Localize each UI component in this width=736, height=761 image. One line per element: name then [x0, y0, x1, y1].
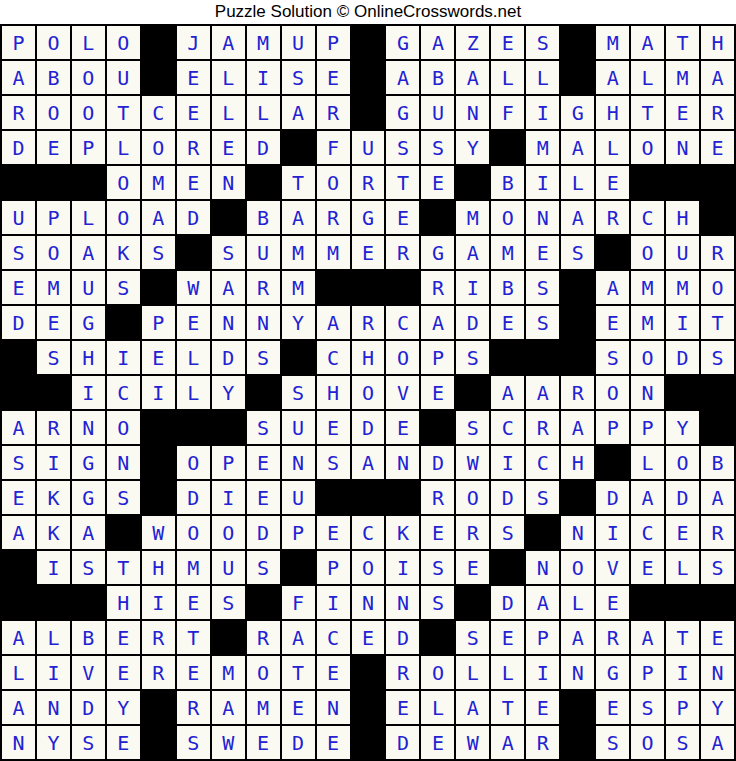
- cell-r3c5: C: [142, 96, 175, 129]
- cell-r21c10: E: [317, 726, 350, 759]
- cell-r21c4: E: [107, 726, 140, 759]
- cell-r8c8: R: [247, 271, 280, 304]
- cell-r20c18: E: [596, 691, 629, 724]
- cell-r19c4: E: [107, 656, 140, 689]
- cell-r8c9: M: [282, 271, 315, 304]
- cell-r14c8: E: [247, 481, 280, 514]
- black-cell-r5c20: [666, 166, 699, 199]
- cell-r18c6: T: [177, 621, 210, 654]
- cell-r15c6: O: [177, 516, 210, 549]
- cell-r2c10: E: [317, 61, 350, 94]
- cell-r20c7: A: [212, 691, 245, 724]
- cell-r3c19: T: [631, 96, 664, 129]
- cell-r17c7: S: [212, 586, 245, 619]
- cell-r15c2: K: [37, 516, 70, 549]
- cell-r7c1: S: [2, 236, 35, 269]
- cell-r9c15: E: [491, 306, 524, 339]
- cell-r10c4: I: [107, 341, 140, 374]
- black-cell-r11c2: [37, 376, 70, 409]
- cell-r1c10: P: [317, 26, 350, 59]
- cell-r13c21: B: [701, 446, 734, 479]
- cell-r8c20: M: [666, 271, 699, 304]
- cell-r10c12: O: [386, 341, 419, 374]
- cell-r6c15: O: [491, 201, 524, 234]
- cell-r5c12: T: [386, 166, 419, 199]
- cell-r20c16: E: [526, 691, 559, 724]
- black-cell-r14c10: [317, 481, 350, 514]
- black-cell-r1c5: [142, 26, 175, 59]
- cell-r13c3: G: [72, 446, 105, 479]
- cell-r15c20: E: [666, 516, 699, 549]
- cell-r15c1: A: [2, 516, 35, 549]
- cell-r16c17: O: [561, 551, 594, 584]
- cell-r11c16: A: [526, 376, 559, 409]
- cell-r9c3: G: [72, 306, 105, 339]
- cell-r10c3: H: [72, 341, 105, 374]
- cell-r4c16: M: [526, 131, 559, 164]
- black-cell-r12c6: [177, 411, 210, 444]
- cell-r17c13: S: [421, 586, 454, 619]
- cell-r1c20: T: [666, 26, 699, 59]
- cell-r19c2: I: [37, 656, 70, 689]
- cell-r15c13: E: [421, 516, 454, 549]
- cell-r1c2: O: [37, 26, 70, 59]
- black-cell-r13c18: [596, 446, 629, 479]
- cell-r18c4: E: [107, 621, 140, 654]
- cell-r16c3: S: [72, 551, 105, 584]
- cell-r21c18: S: [596, 726, 629, 759]
- cell-r3c10: R: [317, 96, 350, 129]
- cell-r15c8: D: [247, 516, 280, 549]
- cell-r12c1: A: [2, 411, 35, 444]
- cell-r19c17: N: [561, 656, 594, 689]
- cell-r8c19: M: [631, 271, 664, 304]
- cell-r10c13: P: [421, 341, 454, 374]
- cell-r1c8: M: [247, 26, 280, 59]
- cell-r13c14: W: [456, 446, 489, 479]
- cell-r4c17: A: [561, 131, 594, 164]
- cell-r21c16: R: [526, 726, 559, 759]
- black-cell-r11c8: [247, 376, 280, 409]
- black-cell-r17c3: [72, 586, 105, 619]
- cell-r6c3: L: [72, 201, 105, 234]
- cell-r9c18: E: [596, 306, 629, 339]
- black-cell-r17c20: [666, 586, 699, 619]
- cell-r14c4: S: [107, 481, 140, 514]
- cell-r7c20: U: [666, 236, 699, 269]
- black-cell-r16c1: [2, 551, 35, 584]
- black-cell-r5c3: [72, 166, 105, 199]
- cell-r21c21: A: [701, 726, 734, 759]
- cell-r9c14: D: [456, 306, 489, 339]
- cell-r1c18: M: [596, 26, 629, 59]
- black-cell-r14c17: [561, 481, 594, 514]
- cell-r9c2: E: [37, 306, 70, 339]
- cell-r11c13: E: [421, 376, 454, 409]
- puzzle-solution-page: Puzzle Solution © OnlineCrosswords.net P…: [0, 0, 736, 761]
- cell-r10c19: O: [631, 341, 664, 374]
- black-cell-r1c11: [352, 26, 385, 59]
- cell-r13c19: L: [631, 446, 664, 479]
- cell-r16c19: E: [631, 551, 664, 584]
- cell-r21c9: D: [282, 726, 315, 759]
- cell-r19c3: V: [72, 656, 105, 689]
- page-title: Puzzle Solution © OnlineCrosswords.net: [0, 0, 736, 24]
- cell-r16c11: O: [352, 551, 385, 584]
- crossword-grid: POLOJAMUPGAZESMATHABOUELISEABALLALMAROOT…: [0, 24, 736, 761]
- cell-r7c19: O: [631, 236, 664, 269]
- cell-r12c12: E: [386, 411, 419, 444]
- cell-r14c15: D: [491, 481, 524, 514]
- cell-r10c20: D: [666, 341, 699, 374]
- cell-r12c16: R: [526, 411, 559, 444]
- cell-r13c13: D: [421, 446, 454, 479]
- cell-r3c8: L: [247, 96, 280, 129]
- cell-r20c6: R: [177, 691, 210, 724]
- cell-r8c3: U: [72, 271, 105, 304]
- cell-r13c4: N: [107, 446, 140, 479]
- cell-r3c17: G: [561, 96, 594, 129]
- cell-r19c1: L: [2, 656, 35, 689]
- black-cell-r7c18: [596, 236, 629, 269]
- cell-r21c6: S: [177, 726, 210, 759]
- cell-r15c3: A: [72, 516, 105, 549]
- cell-r7c14: A: [456, 236, 489, 269]
- cell-r2c13: B: [421, 61, 454, 94]
- cell-r18c19: A: [631, 621, 664, 654]
- cell-r9c10: A: [317, 306, 350, 339]
- black-cell-r12c13: [421, 411, 454, 444]
- cell-r1c7: A: [212, 26, 245, 59]
- cell-r8c6: W: [177, 271, 210, 304]
- cell-r11c10: H: [317, 376, 350, 409]
- cell-r21c8: E: [247, 726, 280, 759]
- cell-r16c12: I: [386, 551, 419, 584]
- cell-r12c17: A: [561, 411, 594, 444]
- cell-r3c4: T: [107, 96, 140, 129]
- black-cell-r17c8: [247, 586, 280, 619]
- cell-r8c13: R: [421, 271, 454, 304]
- cell-r17c16: A: [526, 586, 559, 619]
- cell-r13c10: S: [317, 446, 350, 479]
- black-cell-r9c4: [107, 306, 140, 339]
- cell-r6c5: A: [142, 201, 175, 234]
- cell-r15c17: N: [561, 516, 594, 549]
- cell-r15c18: I: [596, 516, 629, 549]
- cell-r9c7: N: [212, 306, 245, 339]
- cell-r21c13: E: [421, 726, 454, 759]
- cell-r1c21: H: [701, 26, 734, 59]
- cell-r10c21: S: [701, 341, 734, 374]
- cell-r17c18: E: [596, 586, 629, 619]
- black-cell-r10c9: [282, 341, 315, 374]
- cell-r20c9: E: [282, 691, 315, 724]
- cell-r10c6: L: [177, 341, 210, 374]
- black-cell-r21c5: [142, 726, 175, 759]
- cell-r5c9: T: [282, 166, 315, 199]
- cell-r10c8: S: [247, 341, 280, 374]
- cell-r1c14: Z: [456, 26, 489, 59]
- cell-r9c20: I: [666, 306, 699, 339]
- cell-r14c18: D: [596, 481, 629, 514]
- cell-r20c20: P: [666, 691, 699, 724]
- cell-r11c4: C: [107, 376, 140, 409]
- black-cell-r11c20: [666, 376, 699, 409]
- cell-r19c13: O: [421, 656, 454, 689]
- cell-r8c18: A: [596, 271, 629, 304]
- cell-r6c11: G: [352, 201, 385, 234]
- cell-r16c5: H: [142, 551, 175, 584]
- black-cell-r2c11: [352, 61, 385, 94]
- cell-r19c14: L: [456, 656, 489, 689]
- cell-r6c1: U: [2, 201, 35, 234]
- black-cell-r5c14: [456, 166, 489, 199]
- cell-r9c12: C: [386, 306, 419, 339]
- black-cell-r4c9: [282, 131, 315, 164]
- cell-r13c16: C: [526, 446, 559, 479]
- cell-r19c8: O: [247, 656, 280, 689]
- cell-r3c15: F: [491, 96, 524, 129]
- cell-r14c13: R: [421, 481, 454, 514]
- cell-r14c6: D: [177, 481, 210, 514]
- cell-r7c12: R: [386, 236, 419, 269]
- cell-r20c3: D: [72, 691, 105, 724]
- black-cell-r2c17: [561, 61, 594, 94]
- cell-r11c3: I: [72, 376, 105, 409]
- cell-r5c11: R: [352, 166, 385, 199]
- cell-r7c21: R: [701, 236, 734, 269]
- cell-r8c2: M: [37, 271, 70, 304]
- cell-r5c10: O: [317, 166, 350, 199]
- cell-r10c14: S: [456, 341, 489, 374]
- cell-r7c3: A: [72, 236, 105, 269]
- cell-r8c16: S: [526, 271, 559, 304]
- cell-r5c7: N: [212, 166, 245, 199]
- cell-r5c13: E: [421, 166, 454, 199]
- cell-r7c7: S: [212, 236, 245, 269]
- cell-r14c21: A: [701, 481, 734, 514]
- cell-r10c10: C: [317, 341, 350, 374]
- cell-r6c8: B: [247, 201, 280, 234]
- cell-r1c1: P: [2, 26, 35, 59]
- cell-r19c5: R: [142, 656, 175, 689]
- cell-r18c21: E: [701, 621, 734, 654]
- cell-r4c3: P: [72, 131, 105, 164]
- cell-r19c10: E: [317, 656, 350, 689]
- cell-r9c9: Y: [282, 306, 315, 339]
- cell-r6c17: A: [561, 201, 594, 234]
- cell-r16c7: U: [212, 551, 245, 584]
- cell-r15c21: R: [701, 516, 734, 549]
- cell-r2c16: L: [526, 61, 559, 94]
- cell-r3c7: L: [212, 96, 245, 129]
- cell-r7c17: S: [561, 236, 594, 269]
- black-cell-r21c11: [352, 726, 385, 759]
- black-cell-r21c17: [561, 726, 594, 759]
- cell-r7c4: K: [107, 236, 140, 269]
- cell-r7c10: M: [317, 236, 350, 269]
- black-cell-r4c15: [491, 131, 524, 164]
- cell-r11c5: I: [142, 376, 175, 409]
- cell-r19c15: L: [491, 656, 524, 689]
- cell-r6c4: O: [107, 201, 140, 234]
- cell-r2c9: S: [282, 61, 315, 94]
- cell-r3c9: A: [282, 96, 315, 129]
- cell-r5c6: E: [177, 166, 210, 199]
- cell-r5c4: O: [107, 166, 140, 199]
- cell-r9c5: P: [142, 306, 175, 339]
- cell-r18c17: A: [561, 621, 594, 654]
- cell-r12c20: Y: [666, 411, 699, 444]
- black-cell-r5c21: [701, 166, 734, 199]
- cell-r10c2: S: [37, 341, 70, 374]
- cell-r20c4: Y: [107, 691, 140, 724]
- cell-r1c4: O: [107, 26, 140, 59]
- cell-r18c15: E: [491, 621, 524, 654]
- cell-r13c8: E: [247, 446, 280, 479]
- cell-r4c8: D: [247, 131, 280, 164]
- cell-r4c13: S: [421, 131, 454, 164]
- cell-r7c13: G: [421, 236, 454, 269]
- black-cell-r5c19: [631, 166, 664, 199]
- cell-r2c15: L: [491, 61, 524, 94]
- cell-r14c2: K: [37, 481, 70, 514]
- cell-r16c10: P: [317, 551, 350, 584]
- cell-r21c2: Y: [37, 726, 70, 759]
- cell-r12c11: D: [352, 411, 385, 444]
- cell-r14c1: E: [2, 481, 35, 514]
- cell-r15c12: K: [386, 516, 419, 549]
- cell-r21c3: S: [72, 726, 105, 759]
- cell-r6c14: M: [456, 201, 489, 234]
- cell-r1c12: G: [386, 26, 419, 59]
- cell-r19c7: M: [212, 656, 245, 689]
- cell-r11c6: L: [177, 376, 210, 409]
- cell-r2c21: A: [701, 61, 734, 94]
- black-cell-r5c8: [247, 166, 280, 199]
- cell-r18c20: T: [666, 621, 699, 654]
- cell-r17c6: E: [177, 586, 210, 619]
- cell-r17c11: N: [352, 586, 385, 619]
- cell-r2c18: A: [596, 61, 629, 94]
- cell-r4c12: S: [386, 131, 419, 164]
- cell-r20c14: A: [456, 691, 489, 724]
- cell-r18c14: S: [456, 621, 489, 654]
- black-cell-r14c12: [386, 481, 419, 514]
- cell-r9c8: N: [247, 306, 280, 339]
- cell-r6c12: E: [386, 201, 419, 234]
- cell-r1c13: A: [421, 26, 454, 59]
- cell-r15c11: C: [352, 516, 385, 549]
- cell-r19c6: E: [177, 656, 210, 689]
- cell-r18c3: B: [72, 621, 105, 654]
- black-cell-r10c15: [491, 341, 524, 374]
- cell-r11c18: O: [596, 376, 629, 409]
- cell-r21c14: W: [456, 726, 489, 759]
- cell-r2c2: B: [37, 61, 70, 94]
- cell-r2c7: L: [212, 61, 245, 94]
- cell-r15c14: R: [456, 516, 489, 549]
- black-cell-r12c5: [142, 411, 175, 444]
- black-cell-r8c12: [386, 271, 419, 304]
- cell-r19c20: I: [666, 656, 699, 689]
- cell-r1c6: J: [177, 26, 210, 59]
- cell-r7c2: O: [37, 236, 70, 269]
- cell-r3c3: O: [72, 96, 105, 129]
- cell-r2c12: A: [386, 61, 419, 94]
- cell-r4c21: E: [701, 131, 734, 164]
- cell-r11c15: A: [491, 376, 524, 409]
- cell-r8c4: S: [107, 271, 140, 304]
- cell-r15c15: S: [491, 516, 524, 549]
- cell-r20c21: Y: [701, 691, 734, 724]
- cell-r6c10: R: [317, 201, 350, 234]
- cell-r2c4: U: [107, 61, 140, 94]
- cell-r18c2: L: [37, 621, 70, 654]
- cell-r9c6: E: [177, 306, 210, 339]
- cell-r4c11: U: [352, 131, 385, 164]
- cell-r2c1: A: [2, 61, 35, 94]
- cell-r5c18: E: [596, 166, 629, 199]
- cell-r11c12: V: [386, 376, 419, 409]
- cell-r12c3: N: [72, 411, 105, 444]
- cell-r4c10: F: [317, 131, 350, 164]
- cell-r1c9: U: [282, 26, 315, 59]
- cell-r19c18: G: [596, 656, 629, 689]
- cell-r20c8: M: [247, 691, 280, 724]
- cell-r14c7: I: [212, 481, 245, 514]
- black-cell-r17c14: [456, 586, 489, 619]
- cell-r9c16: S: [526, 306, 559, 339]
- cell-r4c14: Y: [456, 131, 489, 164]
- cell-r7c15: M: [491, 236, 524, 269]
- black-cell-r9c17: [561, 306, 594, 339]
- cell-r18c16: P: [526, 621, 559, 654]
- cell-r11c17: R: [561, 376, 594, 409]
- cell-r17c9: F: [282, 586, 315, 619]
- cell-r5c15: B: [491, 166, 524, 199]
- cell-r20c2: N: [37, 691, 70, 724]
- black-cell-r6c21: [701, 201, 734, 234]
- cell-r12c9: U: [282, 411, 315, 444]
- black-cell-r5c2: [37, 166, 70, 199]
- cell-r10c11: H: [352, 341, 385, 374]
- cell-r3c21: R: [701, 96, 734, 129]
- cell-r9c1: D: [2, 306, 35, 339]
- cell-r6c9: A: [282, 201, 315, 234]
- cell-r7c8: U: [247, 236, 280, 269]
- cell-r13c1: S: [2, 446, 35, 479]
- black-cell-r19c11: [352, 656, 385, 689]
- cell-r21c19: O: [631, 726, 664, 759]
- cell-r17c17: L: [561, 586, 594, 619]
- black-cell-r14c5: [142, 481, 175, 514]
- cell-r8c21: O: [701, 271, 734, 304]
- cell-r16c18: V: [596, 551, 629, 584]
- black-cell-r15c4: [107, 516, 140, 549]
- cell-r7c9: M: [282, 236, 315, 269]
- black-cell-r20c17: [561, 691, 594, 724]
- cell-r16c8: S: [247, 551, 280, 584]
- cell-r12c10: E: [317, 411, 350, 444]
- black-cell-r20c11: [352, 691, 385, 724]
- cell-r13c6: O: [177, 446, 210, 479]
- cell-r9c21: T: [701, 306, 734, 339]
- cell-r7c16: E: [526, 236, 559, 269]
- cell-r3c18: H: [596, 96, 629, 129]
- cell-r4c6: R: [177, 131, 210, 164]
- cell-r21c20: S: [666, 726, 699, 759]
